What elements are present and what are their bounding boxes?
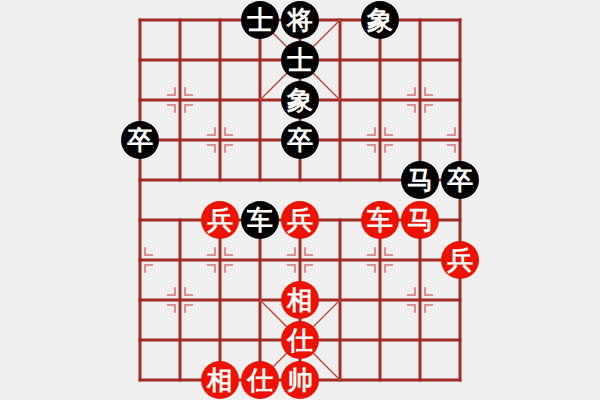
piece-r-pawn[interactable]: 兵 [441,241,479,279]
xiangqi-app: 士将象士象卒卒马卒兵车兵车马兵相仕相仕帅 [0,0,600,400]
piece-r-pawn[interactable]: 兵 [201,201,239,239]
piece-r-pawn[interactable]: 兵 [281,201,319,239]
piece-b-elephant[interactable]: 象 [361,1,399,39]
piece-b-pawn[interactable]: 卒 [121,121,159,159]
piece-b-general[interactable]: 将 [281,1,319,39]
piece-b-elephant[interactable]: 象 [281,81,319,119]
piece-b-horse[interactable]: 马 [401,161,439,199]
piece-b-chariot[interactable]: 车 [241,201,279,239]
piece-r-advisor[interactable]: 仕 [281,321,319,359]
piece-r-advisor[interactable]: 仕 [241,361,279,399]
piece-r-horse[interactable]: 马 [401,201,439,239]
piece-b-advisor[interactable]: 士 [281,41,319,79]
piece-r-elephant[interactable]: 相 [281,281,319,319]
piece-r-elephant[interactable]: 相 [201,361,239,399]
piece-b-pawn[interactable]: 卒 [281,121,319,159]
xiangqi-board[interactable]: 士将象士象卒卒马卒兵车兵车马兵相仕相仕帅 [120,0,480,400]
piece-r-chariot[interactable]: 车 [361,201,399,239]
piece-b-pawn[interactable]: 卒 [441,161,479,199]
piece-r-general[interactable]: 帅 [281,361,319,399]
piece-b-advisor[interactable]: 士 [241,1,279,39]
